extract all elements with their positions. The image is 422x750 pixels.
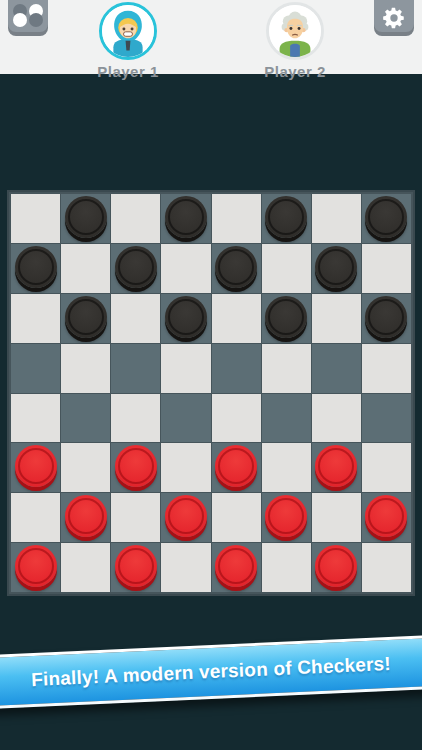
board-square[interactable]	[61, 294, 110, 343]
board-square[interactable]	[262, 194, 311, 243]
player1-avatar-girl-icon	[102, 5, 154, 57]
red-checker[interactable]	[215, 545, 257, 587]
black-checker[interactable]	[215, 246, 257, 288]
board-square[interactable]	[212, 443, 261, 492]
board-square[interactable]	[11, 244, 60, 293]
board-square[interactable]	[212, 543, 261, 592]
board-square	[362, 344, 411, 393]
board-square	[212, 294, 261, 343]
board-square	[312, 194, 361, 243]
red-checker[interactable]	[265, 495, 307, 537]
settings-gear-icon	[381, 5, 407, 31]
top-bar: Player 1	[0, 0, 422, 74]
player1-avatar[interactable]	[99, 2, 157, 60]
board-square[interactable]	[161, 493, 210, 542]
checkers-menu-button[interactable]	[8, 0, 48, 36]
board-square	[262, 543, 311, 592]
board-square[interactable]	[212, 344, 261, 393]
promo-banner-text: Finally! A modern version of Checkers!	[31, 653, 392, 691]
board-square[interactable]	[111, 443, 160, 492]
board-square	[61, 443, 110, 492]
board-square[interactable]	[111, 344, 160, 393]
board-square	[161, 543, 210, 592]
board-square	[11, 394, 60, 443]
board-square[interactable]	[262, 394, 311, 443]
black-checker[interactable]	[15, 246, 57, 288]
board-square	[212, 394, 261, 443]
board-square	[61, 344, 110, 393]
board-square	[262, 443, 311, 492]
red-checker[interactable]	[165, 495, 207, 537]
board-square	[111, 493, 160, 542]
red-checker[interactable]	[215, 445, 257, 487]
black-checker[interactable]	[65, 296, 107, 338]
board-square	[362, 244, 411, 293]
board-square[interactable]	[11, 344, 60, 393]
board-square	[212, 194, 261, 243]
board-square[interactable]	[312, 244, 361, 293]
board	[7, 190, 415, 596]
red-checker[interactable]	[65, 495, 107, 537]
board-square	[111, 294, 160, 343]
settings-button[interactable]	[374, 0, 414, 36]
player1-block[interactable]: Player 1	[68, 2, 188, 80]
player2-label: Player 2	[235, 63, 355, 80]
red-checker[interactable]	[315, 545, 357, 587]
board-square[interactable]	[312, 443, 361, 492]
board-square[interactable]	[161, 194, 210, 243]
board-square	[111, 394, 160, 443]
board-square[interactable]	[11, 543, 60, 592]
board-square	[312, 394, 361, 443]
player2-block[interactable]: Player 2	[235, 2, 355, 80]
board-square[interactable]	[312, 344, 361, 393]
black-checker[interactable]	[165, 196, 207, 238]
board-square[interactable]	[212, 244, 261, 293]
red-checker[interactable]	[115, 545, 157, 587]
board-square[interactable]	[111, 543, 160, 592]
board-square	[362, 443, 411, 492]
black-checker[interactable]	[365, 196, 407, 238]
red-checker[interactable]	[315, 445, 357, 487]
black-checker[interactable]	[165, 296, 207, 338]
board-square[interactable]	[362, 194, 411, 243]
board-square[interactable]	[61, 394, 110, 443]
player2-avatar[interactable]	[266, 2, 324, 60]
board-square[interactable]	[161, 394, 210, 443]
board-square	[262, 344, 311, 393]
board-square[interactable]	[61, 194, 110, 243]
board-square	[61, 244, 110, 293]
red-checker[interactable]	[15, 445, 57, 487]
board-square	[161, 344, 210, 393]
board-square	[11, 194, 60, 243]
board-square[interactable]	[111, 244, 160, 293]
player2-avatar-oldman-icon	[269, 5, 321, 57]
board-square[interactable]	[312, 543, 361, 592]
board-square	[111, 194, 160, 243]
board-square	[11, 294, 60, 343]
board-square	[161, 443, 210, 492]
board-square	[212, 493, 261, 542]
board-square	[312, 493, 361, 542]
black-checker[interactable]	[115, 246, 157, 288]
black-checker[interactable]	[315, 246, 357, 288]
board-square[interactable]	[11, 443, 60, 492]
board-square[interactable]	[362, 493, 411, 542]
board-square[interactable]	[262, 493, 311, 542]
board-square[interactable]	[362, 294, 411, 343]
red-checker[interactable]	[115, 445, 157, 487]
board-square[interactable]	[362, 394, 411, 443]
black-checker[interactable]	[65, 196, 107, 238]
board-square[interactable]	[61, 493, 110, 542]
board-square	[11, 493, 60, 542]
board-square[interactable]	[161, 294, 210, 343]
board-square	[312, 294, 361, 343]
board-square	[161, 244, 210, 293]
red-checker[interactable]	[365, 495, 407, 537]
board-square	[362, 543, 411, 592]
app-screen: Player 1	[0, 0, 422, 750]
board-square	[262, 244, 311, 293]
black-checker[interactable]	[265, 196, 307, 238]
promo-banner[interactable]: Finally! A modern version of Checkers!	[0, 635, 422, 710]
board-square[interactable]	[262, 294, 311, 343]
player1-label: Player 1	[68, 63, 188, 80]
black-checker[interactable]	[365, 296, 407, 338]
red-checker[interactable]	[15, 545, 57, 587]
black-checker[interactable]	[265, 296, 307, 338]
board-square	[61, 543, 110, 592]
